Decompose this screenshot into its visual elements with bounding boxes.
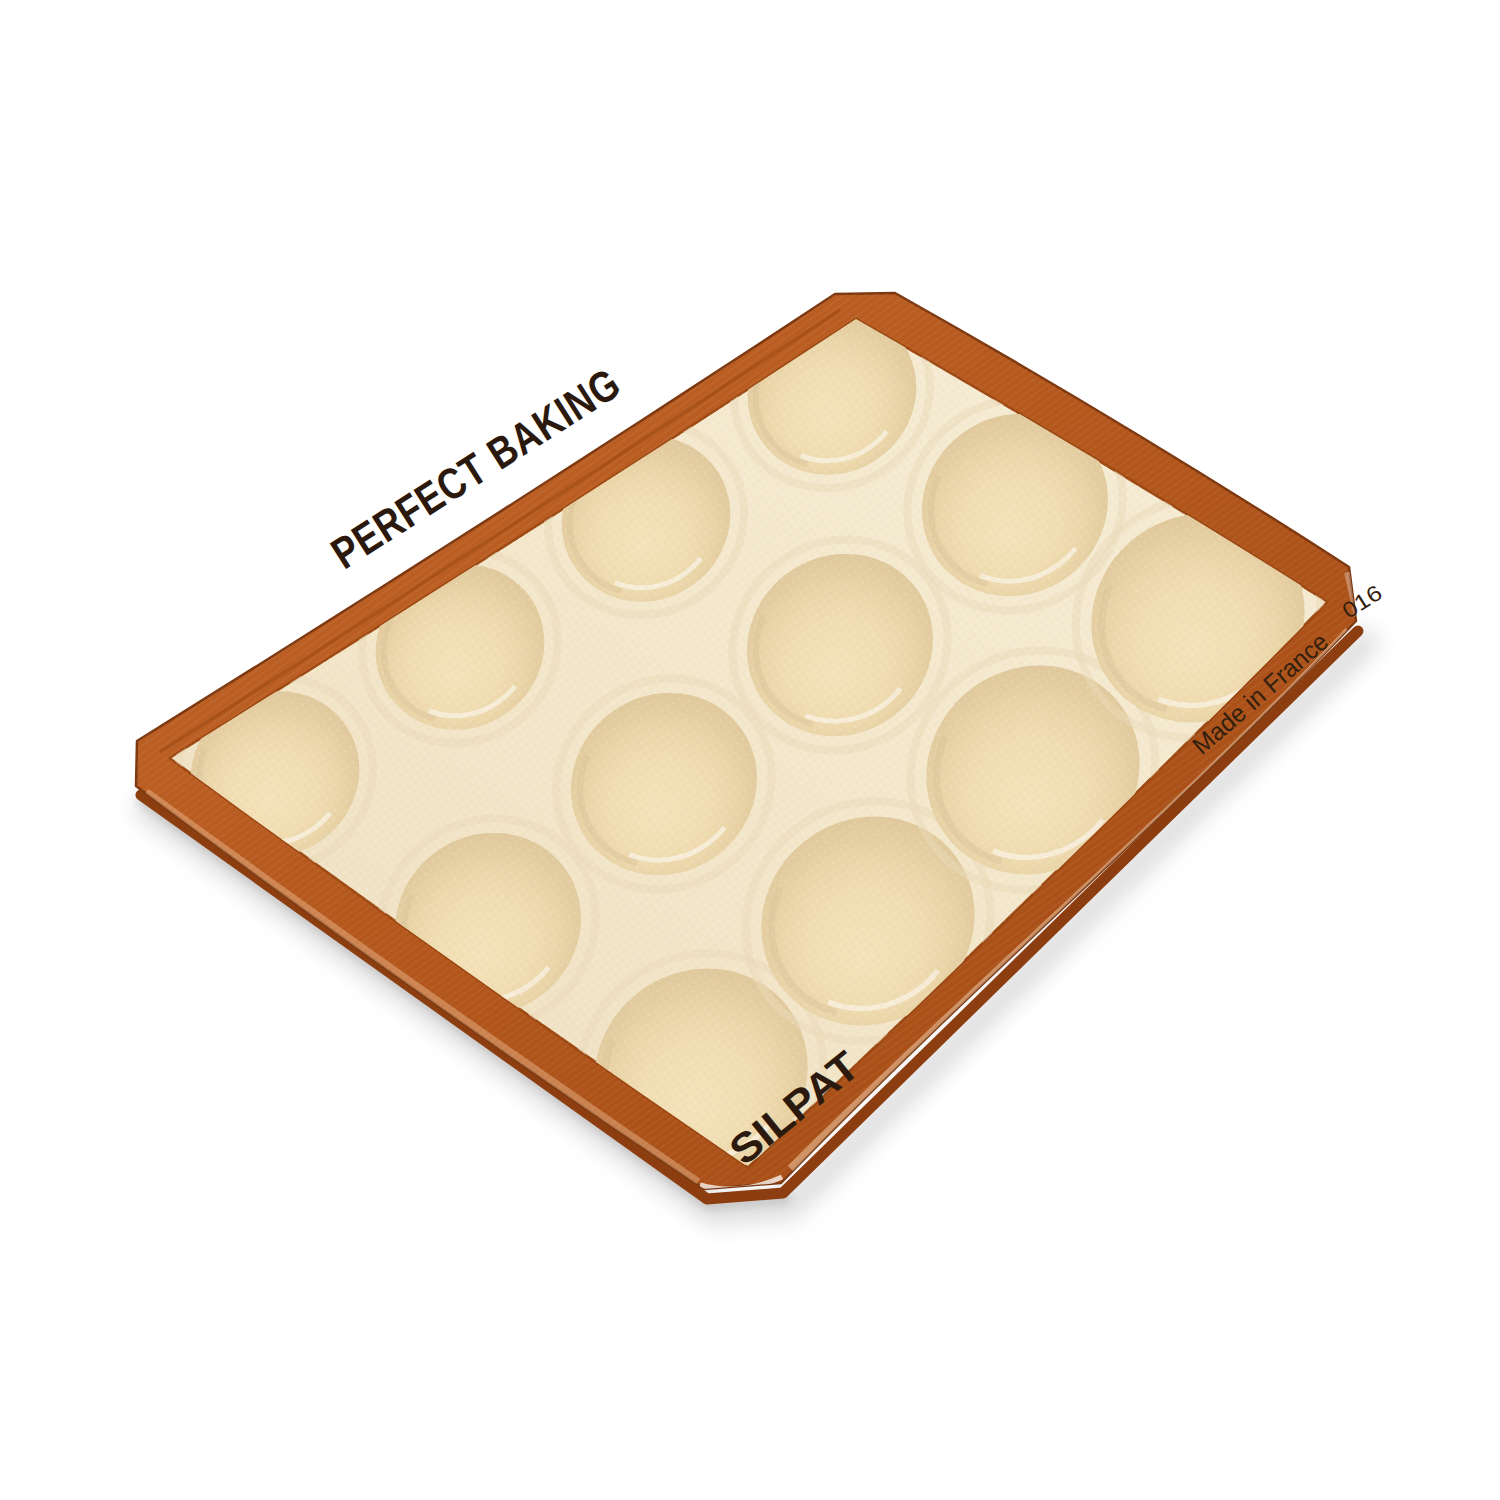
border-shade-left-corner: [117, 750, 131, 795]
surface-texture: [0, 0, 1500, 1500]
muffin-wells: [0, 0, 1500, 1500]
product-photo: PERFECT BAKING SILPAT Made in France 016: [0, 0, 1500, 1500]
baking-mat-illustration: PERFECT BAKING SILPAT Made in France 016: [0, 0, 1500, 1500]
